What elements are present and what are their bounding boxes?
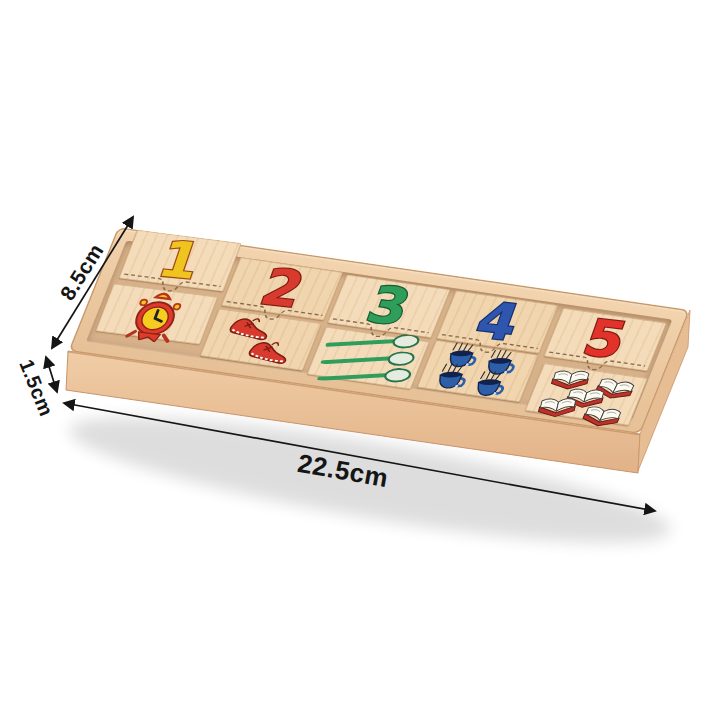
length-dimension-label: 22.5cm [295,448,390,494]
cup-icon [468,369,510,404]
number-piece[interactable]: 3 [327,274,450,338]
book-icon [535,392,582,419]
puzzle-tray: 1 2 3 [68,227,690,434]
number-piece[interactable]: 5 [544,308,667,372]
tile-grid: 1 2 3 [91,243,668,418]
product-photo: 1 2 3 [0,0,720,720]
number-piece[interactable]: 4 [436,290,559,354]
number-piece[interactable]: 1 [119,230,242,292]
tray-recess: 1 2 3 [86,241,672,421]
number-piece[interactable]: 2 [220,257,343,321]
thickness-dimension-label: 1.5cm [14,356,58,420]
cup-icon [429,362,471,397]
